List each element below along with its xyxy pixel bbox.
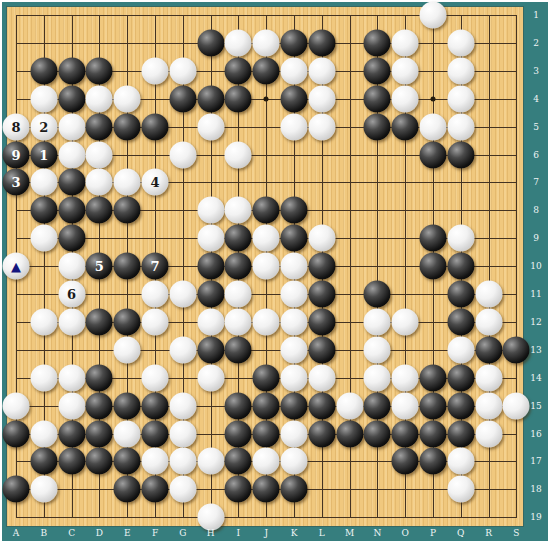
- stone-white[interactable]: [30, 308, 57, 335]
- move-number-label: 8: [11, 120, 20, 133]
- stone-white[interactable]: [392, 57, 419, 84]
- stone-black[interactable]: [86, 420, 113, 447]
- stone-white[interactable]: [281, 113, 308, 140]
- row-label: 19: [530, 512, 541, 522]
- stone-white[interactable]: [503, 392, 530, 419]
- stone-white[interactable]: [475, 364, 502, 391]
- row-label: 6: [533, 150, 539, 160]
- stone-black[interactable]: [420, 448, 447, 475]
- stone-black[interactable]: [364, 113, 391, 140]
- stone-black[interactable]: [169, 85, 196, 112]
- column-label: N: [373, 528, 381, 538]
- stone-black[interactable]: [142, 420, 169, 447]
- stone-black[interactable]: [364, 392, 391, 419]
- row-label: 16: [530, 429, 541, 439]
- column-label: K: [291, 528, 298, 538]
- stone-white[interactable]: [281, 336, 308, 363]
- go-board[interactable]: 829134▲576: [7, 7, 523, 526]
- stone-black[interactable]: [225, 392, 252, 419]
- stone-black[interactable]: [30, 448, 57, 475]
- move-number-label: 4: [150, 176, 159, 189]
- stone-black[interactable]: [86, 364, 113, 391]
- stone-white[interactable]: 2: [30, 113, 57, 140]
- stone-black[interactable]: [225, 85, 252, 112]
- column-label: L: [319, 528, 325, 538]
- stone-white[interactable]: [58, 308, 85, 335]
- column-label: J: [264, 528, 268, 538]
- stone-black[interactable]: [447, 281, 474, 308]
- stone-black[interactable]: 9: [3, 141, 30, 168]
- stone-white[interactable]: [364, 336, 391, 363]
- stone-white[interactable]: ▲: [3, 253, 30, 280]
- row-label: 5: [533, 122, 539, 132]
- stone-black[interactable]: [197, 253, 224, 280]
- stone-white[interactable]: [364, 308, 391, 335]
- stone-black[interactable]: [364, 57, 391, 84]
- stone-black[interactable]: [447, 420, 474, 447]
- stone-white[interactable]: [308, 225, 335, 252]
- stone-white[interactable]: [392, 85, 419, 112]
- stone-black[interactable]: [142, 113, 169, 140]
- stone-white[interactable]: [197, 113, 224, 140]
- move-number-label: 3: [11, 176, 20, 189]
- stone-black[interactable]: [225, 336, 252, 363]
- column-label: S: [513, 528, 519, 538]
- stone-white[interactable]: [197, 364, 224, 391]
- stone-black[interactable]: [58, 169, 85, 196]
- stone-black[interactable]: [225, 420, 252, 447]
- stone-white[interactable]: [392, 308, 419, 335]
- stone-black[interactable]: [281, 29, 308, 56]
- stone-white[interactable]: 6: [58, 281, 85, 308]
- row-label: 7: [533, 177, 539, 187]
- column-label: B: [40, 528, 47, 538]
- stone-black[interactable]: [308, 336, 335, 363]
- row-label: 2: [533, 38, 539, 48]
- stone-black[interactable]: [114, 392, 141, 419]
- stone-black[interactable]: [364, 29, 391, 56]
- column-label: Q: [457, 528, 464, 538]
- stone-black[interactable]: [447, 253, 474, 280]
- stone-black[interactable]: [281, 197, 308, 224]
- stone-black[interactable]: [86, 57, 113, 84]
- stone-white[interactable]: [142, 308, 169, 335]
- stone-white[interactable]: [281, 308, 308, 335]
- stone-black[interactable]: [197, 281, 224, 308]
- column-label: E: [124, 528, 131, 538]
- stone-black[interactable]: [114, 448, 141, 475]
- teal-background: 829134▲576 ABCDEFGHIJKLMNOPQRS 123456789…: [2, 2, 548, 541]
- stone-black[interactable]: [447, 364, 474, 391]
- stone-black[interactable]: [30, 57, 57, 84]
- stone-black[interactable]: [364, 420, 391, 447]
- move-number-label: 9: [11, 148, 20, 161]
- star-point: [431, 96, 436, 101]
- stone-white[interactable]: [169, 476, 196, 503]
- column-label: R: [485, 528, 492, 538]
- row-label: 3: [533, 66, 539, 76]
- stone-white[interactable]: [447, 85, 474, 112]
- stone-black[interactable]: [253, 392, 280, 419]
- stone-black[interactable]: [142, 392, 169, 419]
- stone-white[interactable]: [197, 308, 224, 335]
- stone-white[interactable]: [225, 141, 252, 168]
- stone-black[interactable]: [3, 420, 30, 447]
- stone-white[interactable]: [142, 364, 169, 391]
- stone-black[interactable]: [142, 476, 169, 503]
- stone-white[interactable]: [420, 2, 447, 29]
- stone-black[interactable]: [281, 476, 308, 503]
- stone-black[interactable]: [308, 281, 335, 308]
- move-number-label: 6: [67, 288, 76, 301]
- stone-white[interactable]: [475, 308, 502, 335]
- stone-black[interactable]: [475, 336, 502, 363]
- stone-black[interactable]: [253, 364, 280, 391]
- stone-black[interactable]: 7: [142, 253, 169, 280]
- row-label: 4: [533, 94, 539, 104]
- stone-white[interactable]: [114, 169, 141, 196]
- stone-white[interactable]: 8: [3, 113, 30, 140]
- stone-white[interactable]: [169, 392, 196, 419]
- column-label: O: [401, 528, 408, 538]
- stone-white[interactable]: [169, 336, 196, 363]
- stone-black[interactable]: [58, 448, 85, 475]
- stone-black[interactable]: [86, 448, 113, 475]
- stone-white[interactable]: [281, 57, 308, 84]
- stone-white[interactable]: [392, 29, 419, 56]
- stone-black[interactable]: [420, 420, 447, 447]
- stone-white[interactable]: [225, 281, 252, 308]
- stone-white[interactable]: [281, 364, 308, 391]
- stone-black[interactable]: [86, 197, 113, 224]
- stone-white[interactable]: [447, 448, 474, 475]
- stone-white[interactable]: [253, 308, 280, 335]
- stone-black[interactable]: [364, 281, 391, 308]
- row-label: 13: [530, 345, 541, 355]
- stone-black[interactable]: [225, 225, 252, 252]
- stone-white[interactable]: [114, 85, 141, 112]
- stone-white[interactable]: [308, 113, 335, 140]
- row-label: 15: [530, 401, 541, 411]
- stone-black[interactable]: [420, 253, 447, 280]
- stone-black[interactable]: [392, 448, 419, 475]
- stone-black[interactable]: 1: [30, 141, 57, 168]
- grid-line-vertical: [516, 15, 517, 518]
- stone-white[interactable]: [392, 392, 419, 419]
- stone-black[interactable]: [225, 476, 252, 503]
- stone-black[interactable]: [58, 420, 85, 447]
- stone-black[interactable]: [281, 392, 308, 419]
- stone-black[interactable]: [447, 141, 474, 168]
- stone-black[interactable]: [114, 253, 141, 280]
- stone-white[interactable]: [197, 448, 224, 475]
- stone-white[interactable]: [392, 364, 419, 391]
- stone-white[interactable]: [308, 85, 335, 112]
- column-label: A: [13, 528, 20, 538]
- stone-white[interactable]: [281, 448, 308, 475]
- stone-white[interactable]: [86, 141, 113, 168]
- stone-white[interactable]: [253, 225, 280, 252]
- stone-white[interactable]: [142, 448, 169, 475]
- column-label: H: [207, 528, 215, 538]
- stone-white[interactable]: [308, 364, 335, 391]
- stone-white[interactable]: [142, 281, 169, 308]
- move-number-label: 2: [39, 120, 48, 133]
- stone-white[interactable]: [169, 57, 196, 84]
- row-label: 11: [530, 289, 541, 299]
- stone-black[interactable]: [225, 448, 252, 475]
- move-number-label: 1: [39, 148, 48, 161]
- stone-white[interactable]: [142, 57, 169, 84]
- stone-white[interactable]: [447, 336, 474, 363]
- stone-white[interactable]: [447, 476, 474, 503]
- stone-black[interactable]: [114, 308, 141, 335]
- stone-black[interactable]: [3, 476, 30, 503]
- stone-white[interactable]: [169, 420, 196, 447]
- stone-black[interactable]: 5: [86, 253, 113, 280]
- stone-black[interactable]: [281, 225, 308, 252]
- stone-black[interactable]: [420, 141, 447, 168]
- stone-white[interactable]: [225, 308, 252, 335]
- stone-black[interactable]: [253, 57, 280, 84]
- stone-black[interactable]: [30, 197, 57, 224]
- stone-black[interactable]: [253, 476, 280, 503]
- grid-line-horizontal: [16, 350, 517, 351]
- stone-white[interactable]: [253, 448, 280, 475]
- stone-black[interactable]: [420, 392, 447, 419]
- stone-white[interactable]: [225, 197, 252, 224]
- stone-black[interactable]: [253, 420, 280, 447]
- stone-black[interactable]: [58, 57, 85, 84]
- stone-black[interactable]: [503, 336, 530, 363]
- row-label: 18: [530, 484, 541, 494]
- stone-black[interactable]: [114, 113, 141, 140]
- row-label: 14: [530, 373, 541, 383]
- stone-white[interactable]: [86, 169, 113, 196]
- stone-black[interactable]: [281, 85, 308, 112]
- stone-black[interactable]: [114, 197, 141, 224]
- stone-white[interactable]: [336, 392, 363, 419]
- row-label: 17: [530, 456, 541, 466]
- stone-white[interactable]: [30, 476, 57, 503]
- stone-black[interactable]: [392, 420, 419, 447]
- stone-white[interactable]: [114, 336, 141, 363]
- stone-white[interactable]: [30, 225, 57, 252]
- column-label: F: [152, 528, 158, 538]
- stone-white[interactable]: [3, 392, 30, 419]
- stone-white[interactable]: [281, 281, 308, 308]
- star-point: [264, 96, 269, 101]
- stone-white[interactable]: [197, 197, 224, 224]
- stone-white[interactable]: [447, 29, 474, 56]
- stone-white[interactable]: [364, 364, 391, 391]
- stone-black[interactable]: [253, 197, 280, 224]
- stone-black[interactable]: [447, 392, 474, 419]
- stone-black[interactable]: [197, 85, 224, 112]
- row-label: 10: [530, 261, 541, 271]
- stone-black[interactable]: [114, 476, 141, 503]
- move-number-label: 7: [150, 260, 159, 273]
- row-label: 8: [533, 205, 539, 215]
- stone-black[interactable]: [308, 308, 335, 335]
- stone-white[interactable]: [308, 57, 335, 84]
- stone-black[interactable]: [197, 29, 224, 56]
- stone-white[interactable]: [169, 141, 196, 168]
- stone-white[interactable]: [253, 29, 280, 56]
- stone-black[interactable]: [58, 225, 85, 252]
- stone-white[interactable]: [281, 253, 308, 280]
- stone-black[interactable]: [86, 308, 113, 335]
- row-label: 1: [533, 10, 539, 20]
- stone-white[interactable]: [30, 85, 57, 112]
- stone-white[interactable]: [30, 169, 57, 196]
- stone-white[interactable]: [58, 364, 85, 391]
- column-label: D: [96, 528, 103, 538]
- stone-white[interactable]: [58, 113, 85, 140]
- row-label: 12: [530, 317, 541, 327]
- stone-black[interactable]: 3: [3, 169, 30, 196]
- stone-black[interactable]: [447, 308, 474, 335]
- column-label: P: [430, 528, 436, 538]
- stone-black[interactable]: [225, 253, 252, 280]
- stone-white[interactable]: [197, 504, 224, 531]
- stone-white[interactable]: [30, 420, 57, 447]
- stone-black[interactable]: [308, 29, 335, 56]
- stone-white[interactable]: [447, 225, 474, 252]
- stone-white[interactable]: [30, 364, 57, 391]
- stone-black[interactable]: [86, 392, 113, 419]
- stone-white[interactable]: [447, 113, 474, 140]
- stone-black[interactable]: [308, 253, 335, 280]
- stone-white[interactable]: [253, 253, 280, 280]
- column-label: G: [179, 528, 186, 538]
- stone-white[interactable]: [58, 253, 85, 280]
- stone-white[interactable]: [169, 448, 196, 475]
- stone-white[interactable]: [225, 29, 252, 56]
- stone-black[interactable]: [392, 113, 419, 140]
- stone-white[interactable]: [58, 141, 85, 168]
- grid-line-horizontal: [16, 517, 517, 518]
- row-label: 9: [533, 233, 539, 243]
- stone-black[interactable]: [225, 57, 252, 84]
- stone-white[interactable]: [447, 57, 474, 84]
- stone-black[interactable]: [86, 113, 113, 140]
- stone-white[interactable]: [86, 85, 113, 112]
- stone-white[interactable]: [114, 420, 141, 447]
- stone-white[interactable]: [169, 281, 196, 308]
- screenshot-root: 829134▲576 ABCDEFGHIJKLMNOPQRS 123456789…: [0, 0, 550, 543]
- stone-black[interactable]: [197, 336, 224, 363]
- stone-white[interactable]: [58, 392, 85, 419]
- stone-black[interactable]: [58, 85, 85, 112]
- stone-black[interactable]: [336, 420, 363, 447]
- stone-white[interactable]: [475, 420, 502, 447]
- column-label: C: [68, 528, 75, 538]
- move-number-label: 5: [95, 260, 104, 273]
- column-label: I: [237, 528, 241, 538]
- stone-black[interactable]: [308, 392, 335, 419]
- stone-black[interactable]: [420, 225, 447, 252]
- triangle-marker-icon: ▲: [11, 260, 21, 273]
- stone-white[interactable]: 4: [142, 169, 169, 196]
- stone-white[interactable]: [281, 420, 308, 447]
- stone-white[interactable]: [420, 113, 447, 140]
- stone-white[interactable]: [475, 281, 502, 308]
- stone-white[interactable]: [197, 225, 224, 252]
- stone-black[interactable]: [308, 420, 335, 447]
- stone-white[interactable]: [475, 392, 502, 419]
- stone-black[interactable]: [420, 364, 447, 391]
- stone-black[interactable]: [58, 197, 85, 224]
- stone-black[interactable]: [364, 85, 391, 112]
- grid-line-horizontal: [16, 294, 517, 295]
- column-label: M: [345, 528, 354, 538]
